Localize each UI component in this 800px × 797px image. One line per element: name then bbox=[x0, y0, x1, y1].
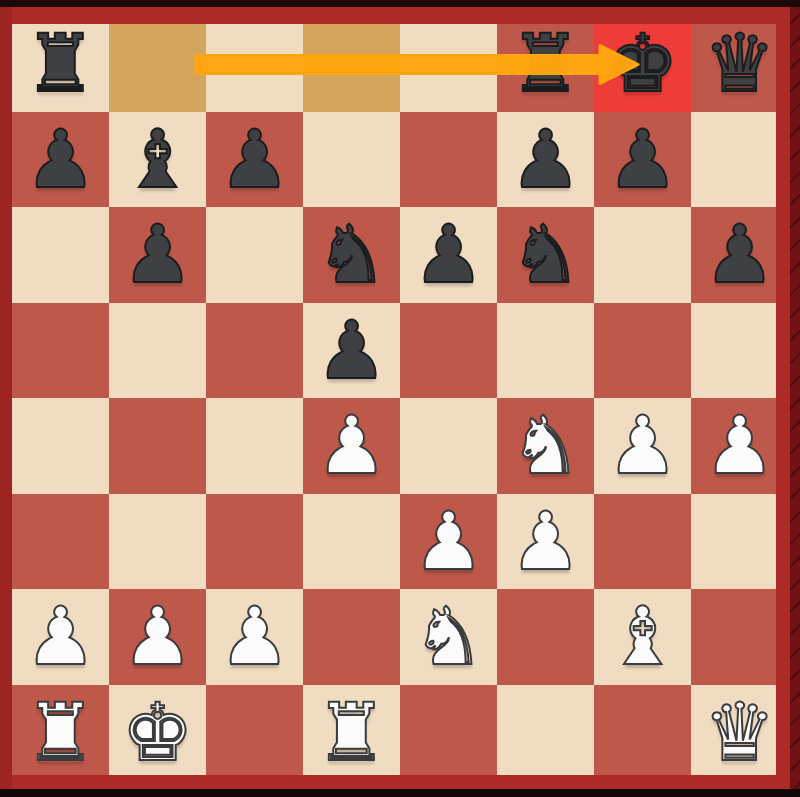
square-c2[interactable]: ♟ bbox=[206, 589, 303, 685]
square-a2[interactable]: ♟ bbox=[12, 589, 109, 685]
piece-black-pawn-d5[interactable]: ♟ bbox=[303, 303, 400, 399]
square-a6[interactable] bbox=[12, 207, 109, 303]
square-f3[interactable]: ♟ bbox=[497, 494, 594, 590]
square-h8[interactable]: ♛ bbox=[691, 16, 788, 112]
square-c5[interactable] bbox=[206, 303, 303, 399]
right-background-column bbox=[790, 0, 800, 797]
square-e6[interactable]: ♟ bbox=[400, 207, 497, 303]
square-e3[interactable]: ♟ bbox=[400, 494, 497, 590]
piece-black-pawn-c7[interactable]: ♟ bbox=[206, 112, 303, 208]
square-c3[interactable] bbox=[206, 494, 303, 590]
square-h7[interactable] bbox=[691, 112, 788, 208]
square-d8[interactable] bbox=[303, 16, 400, 112]
piece-black-king-g8[interactable]: ♚ bbox=[594, 16, 691, 112]
square-a8[interactable]: ♜ bbox=[12, 16, 109, 112]
square-d4[interactable]: ♟ bbox=[303, 398, 400, 494]
square-d6[interactable]: ♞ bbox=[303, 207, 400, 303]
square-g5[interactable] bbox=[594, 303, 691, 399]
square-e5[interactable] bbox=[400, 303, 497, 399]
piece-white-pawn-d4[interactable]: ♟ bbox=[303, 398, 400, 494]
square-g7[interactable]: ♟ bbox=[594, 112, 691, 208]
piece-white-knight-e2[interactable]: ♞ bbox=[400, 589, 497, 685]
square-c6[interactable] bbox=[206, 207, 303, 303]
square-f1[interactable] bbox=[497, 685, 594, 781]
bottom-black-bar bbox=[0, 789, 800, 797]
piece-black-bishop-b7[interactable]: ♝ bbox=[109, 112, 206, 208]
square-b7[interactable]: ♝ bbox=[109, 112, 206, 208]
piece-white-pawn-h4[interactable]: ♟ bbox=[691, 398, 788, 494]
square-b2[interactable]: ♟ bbox=[109, 589, 206, 685]
square-f5[interactable] bbox=[497, 303, 594, 399]
square-e1[interactable] bbox=[400, 685, 497, 781]
piece-white-pawn-a2[interactable]: ♟ bbox=[12, 589, 109, 685]
piece-black-rook-f8[interactable]: ♜ bbox=[497, 16, 594, 112]
piece-black-pawn-b6[interactable]: ♟ bbox=[109, 207, 206, 303]
square-c7[interactable]: ♟ bbox=[206, 112, 303, 208]
square-h1[interactable]: ♛ bbox=[691, 685, 788, 781]
piece-white-rook-d1[interactable]: ♜ bbox=[303, 685, 400, 781]
square-d7[interactable] bbox=[303, 112, 400, 208]
piece-white-pawn-f3[interactable]: ♟ bbox=[497, 494, 594, 590]
square-h6[interactable]: ♟ bbox=[691, 207, 788, 303]
piece-black-knight-d6[interactable]: ♞ bbox=[303, 207, 400, 303]
piece-white-rook-a1[interactable]: ♜ bbox=[12, 685, 109, 781]
square-e7[interactable] bbox=[400, 112, 497, 208]
piece-black-pawn-a7[interactable]: ♟ bbox=[12, 112, 109, 208]
square-a4[interactable] bbox=[12, 398, 109, 494]
square-b3[interactable] bbox=[109, 494, 206, 590]
square-g8[interactable]: ♚ bbox=[594, 16, 691, 112]
piece-black-pawn-h6[interactable]: ♟ bbox=[691, 207, 788, 303]
piece-white-pawn-b2[interactable]: ♟ bbox=[109, 589, 206, 685]
square-e2[interactable]: ♞ bbox=[400, 589, 497, 685]
square-e8[interactable] bbox=[400, 16, 497, 112]
square-g6[interactable] bbox=[594, 207, 691, 303]
piece-black-pawn-f7[interactable]: ♟ bbox=[497, 112, 594, 208]
square-g1[interactable] bbox=[594, 685, 691, 781]
square-h2[interactable] bbox=[691, 589, 788, 685]
piece-black-pawn-e6[interactable]: ♟ bbox=[400, 207, 497, 303]
square-d1[interactable]: ♜ bbox=[303, 685, 400, 781]
square-a7[interactable]: ♟ bbox=[12, 112, 109, 208]
piece-white-pawn-g4[interactable]: ♟ bbox=[594, 398, 691, 494]
board-frame-left-band bbox=[0, 7, 12, 789]
square-a3[interactable] bbox=[12, 494, 109, 590]
square-g3[interactable] bbox=[594, 494, 691, 590]
square-b1[interactable]: ♚ bbox=[109, 685, 206, 781]
piece-white-knight-f4[interactable]: ♞ bbox=[497, 398, 594, 494]
piece-black-pawn-g7[interactable]: ♟ bbox=[594, 112, 691, 208]
piece-white-pawn-e3[interactable]: ♟ bbox=[400, 494, 497, 590]
piece-white-king-b1[interactable]: ♚ bbox=[109, 685, 206, 781]
square-f8[interactable]: ♜ bbox=[497, 16, 594, 112]
square-f7[interactable]: ♟ bbox=[497, 112, 594, 208]
square-h4[interactable]: ♟ bbox=[691, 398, 788, 494]
piece-black-knight-f6[interactable]: ♞ bbox=[497, 207, 594, 303]
piece-white-queen-h1[interactable]: ♛ bbox=[691, 685, 788, 781]
board-frame-bottom-band bbox=[0, 775, 792, 789]
piece-white-pawn-c2[interactable]: ♟ bbox=[206, 589, 303, 685]
square-a5[interactable] bbox=[12, 303, 109, 399]
square-b6[interactable]: ♟ bbox=[109, 207, 206, 303]
square-c1[interactable] bbox=[206, 685, 303, 781]
square-g2[interactable]: ♝ bbox=[594, 589, 691, 685]
chess-board[interactable]: ♜♜♚♛♟♝♟♟♟♟♞♟♞♟♟♟♞♟♟♟♟♟♟♟♞♝♜♚♜♛ bbox=[12, 16, 788, 780]
square-b8[interactable] bbox=[109, 16, 206, 112]
square-f2[interactable] bbox=[497, 589, 594, 685]
square-h3[interactable] bbox=[691, 494, 788, 590]
square-g4[interactable]: ♟ bbox=[594, 398, 691, 494]
square-c4[interactable] bbox=[206, 398, 303, 494]
piece-black-rook-a8[interactable]: ♜ bbox=[12, 16, 109, 112]
square-b5[interactable] bbox=[109, 303, 206, 399]
top-black-bar bbox=[0, 0, 800, 7]
square-d5[interactable]: ♟ bbox=[303, 303, 400, 399]
square-f6[interactable]: ♞ bbox=[497, 207, 594, 303]
chess-app-stage: ♜♜♚♛♟♝♟♟♟♟♞♟♞♟♟♟♞♟♟♟♟♟♟♟♞♝♜♚♜♛ bbox=[0, 0, 800, 797]
board-frame-top-band bbox=[0, 7, 792, 24]
square-f4[interactable]: ♞ bbox=[497, 398, 594, 494]
square-b4[interactable] bbox=[109, 398, 206, 494]
square-c8[interactable] bbox=[206, 16, 303, 112]
piece-white-bishop-g2[interactable]: ♝ bbox=[594, 589, 691, 685]
square-a1[interactable]: ♜ bbox=[12, 685, 109, 781]
square-e4[interactable] bbox=[400, 398, 497, 494]
square-h5[interactable] bbox=[691, 303, 788, 399]
square-d2[interactable] bbox=[303, 589, 400, 685]
piece-black-queen-h8[interactable]: ♛ bbox=[691, 16, 788, 112]
square-d3[interactable] bbox=[303, 494, 400, 590]
